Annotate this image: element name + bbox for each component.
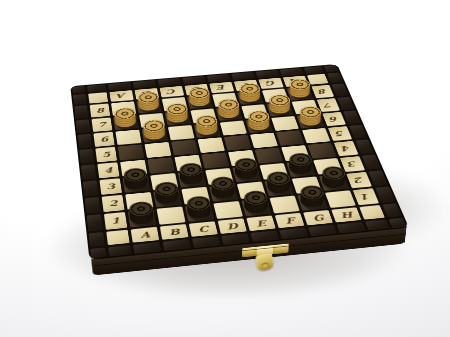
file-label-h-near: H (331, 207, 361, 222)
file-label-e-near: E (246, 216, 276, 232)
square-d2 (209, 184, 238, 201)
checker-light-d6 (195, 123, 219, 137)
square-h1 (325, 190, 356, 208)
square-e5 (224, 135, 252, 151)
rim-block (304, 66, 324, 74)
square-c6 (168, 125, 195, 140)
rim-block (332, 83, 349, 96)
checker-dark-c3 (179, 171, 204, 186)
rim-block (74, 105, 88, 119)
checker-dark-g1 (298, 194, 325, 210)
file-label-c-far: C (159, 86, 184, 98)
file-label-b-near: B (160, 224, 189, 240)
square-g6 (271, 116, 299, 131)
rank-label-7-left: 7 (91, 117, 112, 132)
rank-label-8-right: 8 (311, 85, 334, 99)
checker-light-f6 (247, 119, 271, 132)
square-a6 (115, 130, 141, 145)
rank-label-4-left: 4 (97, 162, 119, 178)
rim-block (83, 180, 99, 196)
square-f8 (237, 91, 263, 105)
corner-cell (307, 74, 329, 85)
square-b6 (142, 127, 168, 142)
checker-light-c7 (166, 111, 189, 124)
square-h5 (302, 128, 330, 143)
corner-cell (359, 205, 385, 220)
square-g1 (297, 193, 328, 211)
brass-clasp (241, 244, 288, 279)
square-c7 (165, 111, 191, 126)
checker-light-h8 (288, 87, 312, 99)
checker-dark-d2 (210, 185, 236, 201)
checker-dark-a1 (129, 210, 154, 226)
rank-label-1-left: 1 (104, 212, 128, 230)
rim-block (343, 110, 361, 124)
square-f5 (250, 133, 278, 149)
square-f2 (264, 179, 294, 196)
file-label-a-far: A (109, 90, 133, 102)
square-a7 (113, 115, 139, 130)
corner-cell (88, 92, 108, 104)
square-h4 (307, 143, 336, 159)
checker-light-g7 (267, 103, 291, 116)
square-f4 (255, 148, 283, 164)
file-label-e-far: E (209, 82, 234, 94)
rank-label-3-left: 3 (99, 178, 122, 195)
square-e7 (216, 106, 243, 121)
square-e3 (232, 166, 261, 183)
rim-block (79, 149, 94, 164)
square-b2 (153, 189, 181, 207)
file-label-g-far: G (258, 78, 283, 89)
square-d8 (187, 95, 213, 109)
square-h8 (287, 86, 314, 100)
file-label-f-near: F (275, 213, 305, 229)
rim-block (327, 73, 343, 84)
square-b5 (144, 142, 171, 158)
rank-label-1-right: 1 (353, 188, 379, 205)
square-c3 (178, 171, 206, 188)
corner-cell (106, 230, 130, 246)
rank-label-5-left: 5 (95, 147, 117, 163)
rank-label-6-right: 6 (322, 112, 346, 126)
square-g7 (266, 102, 293, 117)
checker-dark-c1 (186, 204, 212, 220)
checker-dark-e1 (243, 199, 270, 215)
square-a1 (128, 209, 157, 227)
square-h2 (319, 174, 349, 191)
clasp-hasp (255, 253, 273, 271)
square-b1 (157, 206, 186, 224)
rank-label-8-left: 8 (90, 103, 111, 117)
square-b4 (147, 157, 174, 173)
rim-block (349, 125, 368, 139)
square-g5 (276, 130, 304, 146)
file-label-c-near: C (189, 221, 218, 237)
rim-block (85, 197, 101, 214)
rim-block (89, 232, 105, 247)
perspective-scene: ABCDEFGH8877665544332211ABCDEFGH (65, 0, 388, 313)
square-c5 (171, 140, 198, 156)
file-label-g-near: G (303, 210, 333, 225)
square-e6 (220, 120, 247, 135)
rank-label-2-right: 2 (346, 172, 372, 189)
square-a5 (118, 144, 145, 160)
checkers-board: ABCDEFGH8877665544332211ABCDEFGH (72, 65, 407, 258)
rim-block (73, 94, 87, 105)
square-c1 (185, 204, 214, 222)
rim-block (362, 155, 381, 170)
rank-label-5-right: 5 (328, 126, 352, 141)
rim-block (368, 170, 388, 186)
checker-light-a7 (114, 116, 137, 129)
checker-dark-e3 (233, 166, 259, 181)
checker-light-b8 (137, 100, 160, 113)
checker-dark-b2 (154, 190, 179, 206)
rim-block (87, 84, 106, 92)
file-label-a-near: A (131, 227, 160, 243)
square-a3 (123, 176, 151, 193)
square-f6 (246, 118, 273, 133)
square-d5 (198, 137, 225, 153)
rank-label-4-right: 4 (334, 141, 359, 156)
checker-light-e7 (217, 107, 241, 120)
square-e1 (241, 198, 271, 216)
checker-dark-f2 (265, 180, 291, 195)
board-grid: ABCDEFGH8877665544332211ABCDEFGH (72, 65, 407, 258)
checker-light-f8 (238, 91, 261, 104)
rim-block (87, 214, 104, 231)
checker-dark-g3 (287, 161, 313, 176)
rank-label-2-left: 2 (102, 195, 125, 212)
rim-block (81, 164, 97, 180)
checker-dark-a3 (124, 176, 149, 191)
checker-light-d8 (188, 95, 211, 108)
square-d1 (213, 201, 243, 219)
checker-light-b6 (143, 128, 166, 142)
rim-block (337, 97, 355, 110)
rim-block (72, 86, 85, 94)
rank-label-6-left: 6 (93, 132, 114, 147)
square-d6 (194, 123, 221, 138)
product-photo-stage: ABCDEFGH8877665544332211ABCDEFGH (0, 0, 450, 337)
square-b8 (136, 99, 161, 113)
square-g3 (286, 161, 315, 178)
rim-block (76, 119, 91, 133)
rim-block (355, 139, 374, 154)
square-d4 (201, 152, 229, 168)
rim-block (77, 134, 92, 149)
square-f1 (269, 196, 299, 214)
checker-dark-h2 (320, 175, 347, 190)
square-h6 (297, 114, 325, 129)
checker-light-h6 (298, 114, 323, 127)
file-label-d-near: D (218, 218, 247, 234)
